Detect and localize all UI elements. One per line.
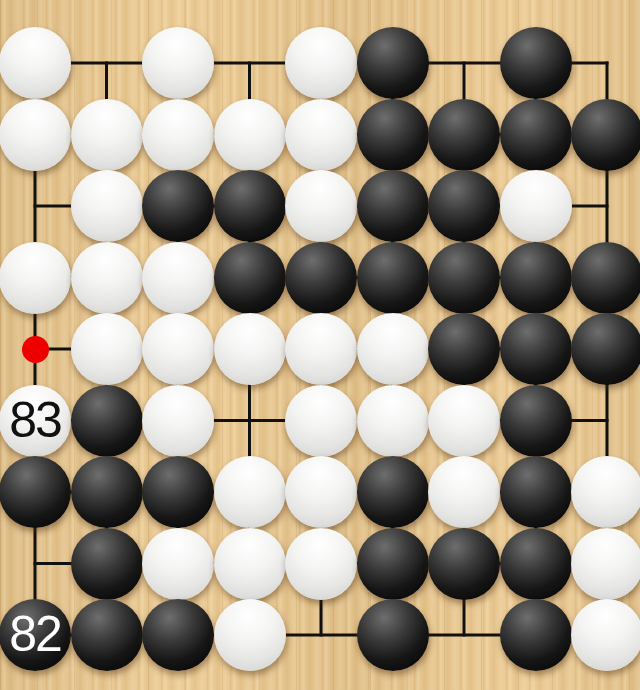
intersection[interactable] bbox=[285, 599, 357, 671]
intersection[interactable] bbox=[500, 599, 572, 671]
stone-black bbox=[357, 528, 429, 600]
stone-white bbox=[285, 170, 357, 242]
intersection[interactable] bbox=[500, 528, 572, 600]
stone-white: 83 bbox=[0, 385, 71, 457]
intersection[interactable]: 82 bbox=[0, 599, 71, 671]
stone-black bbox=[500, 528, 572, 600]
intersection[interactable] bbox=[428, 313, 500, 385]
intersection[interactable] bbox=[71, 599, 143, 671]
intersection[interactable] bbox=[71, 99, 143, 171]
intersection[interactable] bbox=[71, 170, 143, 242]
stone-white bbox=[285, 313, 357, 385]
stone-white bbox=[142, 385, 214, 457]
stone-white bbox=[285, 27, 357, 99]
intersection[interactable] bbox=[571, 99, 640, 171]
intersection[interactable] bbox=[571, 599, 640, 671]
intersection[interactable] bbox=[285, 313, 357, 385]
stone-white bbox=[214, 456, 286, 528]
intersection[interactable] bbox=[0, 242, 71, 314]
intersection[interactable] bbox=[142, 528, 214, 600]
intersection[interactable] bbox=[285, 385, 357, 457]
go-board: 8382 bbox=[0, 0, 640, 690]
stone-black bbox=[214, 170, 286, 242]
intersection[interactable] bbox=[0, 170, 71, 242]
intersection[interactable] bbox=[571, 385, 640, 457]
intersection[interactable] bbox=[428, 599, 500, 671]
stone-white bbox=[500, 170, 572, 242]
stone-black bbox=[285, 242, 357, 314]
intersection[interactable] bbox=[357, 599, 429, 671]
intersection[interactable] bbox=[71, 456, 143, 528]
intersection[interactable] bbox=[0, 27, 71, 99]
stone-white bbox=[142, 313, 214, 385]
stone-black bbox=[500, 27, 572, 99]
intersection[interactable] bbox=[357, 242, 429, 314]
intersection[interactable] bbox=[357, 385, 429, 457]
stone-black bbox=[500, 599, 572, 671]
stone-black bbox=[357, 170, 429, 242]
stone-black bbox=[357, 27, 429, 99]
stone-black bbox=[71, 385, 143, 457]
stone-white bbox=[214, 99, 286, 171]
stone-black bbox=[428, 528, 500, 600]
intersection[interactable] bbox=[142, 313, 214, 385]
intersection[interactable] bbox=[0, 99, 71, 171]
intersection[interactable] bbox=[214, 170, 286, 242]
intersection[interactable] bbox=[142, 242, 214, 314]
intersection[interactable] bbox=[214, 27, 286, 99]
stone-white bbox=[0, 27, 71, 99]
intersection[interactable] bbox=[571, 170, 640, 242]
intersection[interactable] bbox=[500, 242, 572, 314]
stone-white bbox=[357, 385, 429, 457]
intersection[interactable] bbox=[357, 99, 429, 171]
stone-black bbox=[357, 99, 429, 171]
intersection[interactable] bbox=[142, 385, 214, 457]
stone-black bbox=[357, 242, 429, 314]
stone-white bbox=[285, 528, 357, 600]
intersection[interactable] bbox=[214, 313, 286, 385]
stone-white bbox=[428, 456, 500, 528]
stone-white bbox=[71, 170, 143, 242]
intersection[interactable] bbox=[71, 528, 143, 600]
stone-black bbox=[71, 456, 143, 528]
intersection[interactable] bbox=[214, 99, 286, 171]
stone-black bbox=[428, 313, 500, 385]
intersection[interactable] bbox=[428, 242, 500, 314]
stone-black bbox=[428, 170, 500, 242]
intersection[interactable] bbox=[571, 528, 640, 600]
intersection[interactable] bbox=[500, 27, 572, 99]
intersection[interactable] bbox=[428, 27, 500, 99]
stone-white bbox=[428, 385, 500, 457]
stone-black bbox=[500, 385, 572, 457]
intersection[interactable] bbox=[285, 27, 357, 99]
intersection[interactable] bbox=[571, 27, 640, 99]
stone-white bbox=[71, 99, 143, 171]
intersection[interactable] bbox=[214, 528, 286, 600]
intersection[interactable] bbox=[142, 456, 214, 528]
stone-white bbox=[142, 528, 214, 600]
move-number-label: 82 bbox=[9, 609, 61, 659]
intersection[interactable] bbox=[71, 313, 143, 385]
intersection[interactable] bbox=[0, 313, 71, 385]
intersection[interactable] bbox=[71, 385, 143, 457]
intersection[interactable] bbox=[500, 313, 572, 385]
stone-black: 82 bbox=[0, 599, 71, 671]
intersection[interactable] bbox=[428, 170, 500, 242]
stone-white bbox=[571, 528, 640, 600]
stone-black bbox=[571, 99, 640, 171]
intersection[interactable] bbox=[285, 99, 357, 171]
intersection[interactable] bbox=[142, 170, 214, 242]
stone-white bbox=[571, 456, 640, 528]
intersection[interactable]: 83 bbox=[0, 385, 71, 457]
intersection[interactable] bbox=[0, 456, 71, 528]
stone-white bbox=[214, 313, 286, 385]
stone-black bbox=[357, 456, 429, 528]
stone-white bbox=[71, 242, 143, 314]
intersection[interactable] bbox=[428, 385, 500, 457]
stone-black bbox=[142, 170, 214, 242]
stone-white bbox=[0, 99, 71, 171]
stone-black bbox=[500, 313, 572, 385]
stone-black bbox=[142, 599, 214, 671]
intersection[interactable] bbox=[0, 528, 71, 600]
stone-black bbox=[0, 456, 71, 528]
stone-black bbox=[500, 242, 572, 314]
intersection[interactable] bbox=[500, 170, 572, 242]
stone-white bbox=[214, 599, 286, 671]
intersection[interactable] bbox=[428, 456, 500, 528]
intersection[interactable] bbox=[71, 27, 143, 99]
stone-white bbox=[142, 99, 214, 171]
stone-white bbox=[71, 313, 143, 385]
board-grid: 8382 bbox=[0, 27, 640, 671]
intersection[interactable] bbox=[357, 170, 429, 242]
stone-white bbox=[571, 599, 640, 671]
intersection[interactable] bbox=[500, 385, 572, 457]
stone-white bbox=[142, 242, 214, 314]
intersection[interactable] bbox=[214, 242, 286, 314]
intersection[interactable] bbox=[500, 456, 572, 528]
stone-black bbox=[500, 456, 572, 528]
stone-white bbox=[357, 313, 429, 385]
stone-black bbox=[214, 242, 286, 314]
stone-white bbox=[0, 242, 71, 314]
intersection[interactable] bbox=[428, 99, 500, 171]
stone-black bbox=[428, 99, 500, 171]
stone-white bbox=[285, 456, 357, 528]
intersection[interactable] bbox=[428, 528, 500, 600]
intersection[interactable] bbox=[285, 170, 357, 242]
intersection[interactable] bbox=[357, 313, 429, 385]
stone-black bbox=[571, 313, 640, 385]
intersection[interactable] bbox=[214, 456, 286, 528]
intersection[interactable] bbox=[571, 456, 640, 528]
stone-white bbox=[285, 99, 357, 171]
intersection[interactable] bbox=[571, 313, 640, 385]
intersection[interactable] bbox=[71, 242, 143, 314]
stone-white bbox=[142, 27, 214, 99]
intersection[interactable] bbox=[357, 456, 429, 528]
stone-black bbox=[357, 599, 429, 671]
intersection[interactable] bbox=[142, 27, 214, 99]
red-dot-marker bbox=[22, 336, 49, 363]
stone-black bbox=[71, 599, 143, 671]
stone-black bbox=[71, 528, 143, 600]
intersection[interactable] bbox=[285, 456, 357, 528]
intersection[interactable] bbox=[357, 528, 429, 600]
intersection[interactable] bbox=[571, 242, 640, 314]
intersection[interactable] bbox=[285, 528, 357, 600]
stone-white bbox=[285, 385, 357, 457]
stone-white bbox=[214, 528, 286, 600]
intersection[interactable] bbox=[214, 599, 286, 671]
intersection[interactable] bbox=[357, 27, 429, 99]
stone-black bbox=[142, 456, 214, 528]
intersection[interactable] bbox=[285, 242, 357, 314]
intersection[interactable] bbox=[214, 385, 286, 457]
intersection[interactable] bbox=[142, 599, 214, 671]
stone-black bbox=[571, 242, 640, 314]
stone-black bbox=[500, 99, 572, 171]
stone-black bbox=[428, 242, 500, 314]
intersection[interactable] bbox=[500, 99, 572, 171]
move-number-label: 83 bbox=[9, 395, 61, 445]
intersection[interactable] bbox=[142, 99, 214, 171]
